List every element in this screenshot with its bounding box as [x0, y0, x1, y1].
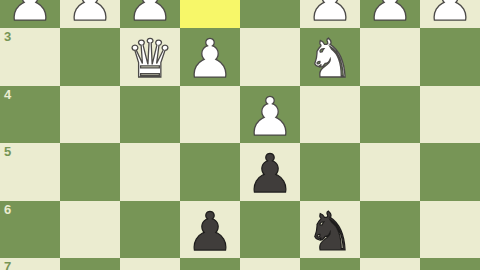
square-h3[interactable]: 3 [0, 28, 60, 86]
square-c2[interactable]: ♟ [300, 0, 360, 28]
rank-label-5: 5 [4, 145, 11, 158]
chess-board: ♟♟♟♟♟♟3♛♟♞4♟5♟6♟♞7 [0, 0, 480, 270]
square-f4[interactable] [120, 86, 180, 144]
square-d6[interactable] [240, 201, 300, 259]
square-a4[interactable] [420, 86, 480, 144]
white-pawn[interactable]: ♟ [306, 0, 354, 28]
rank-label-4: 4 [4, 88, 11, 101]
square-d3[interactable] [240, 28, 300, 86]
black-pawn[interactable]: ♟ [186, 205, 234, 258]
square-a7[interactable] [420, 258, 480, 270]
square-g6[interactable] [60, 201, 120, 259]
square-f5[interactable] [120, 143, 180, 201]
square-c7[interactable] [300, 258, 360, 270]
white-queen[interactable]: ♛ [126, 32, 174, 85]
square-d2[interactable] [240, 0, 300, 28]
square-g5[interactable] [60, 143, 120, 201]
square-a2[interactable]: ♟ [420, 0, 480, 28]
square-b5[interactable] [360, 143, 420, 201]
black-pawn[interactable]: ♟ [246, 147, 294, 200]
square-g3[interactable] [60, 28, 120, 86]
square-c4[interactable] [300, 86, 360, 144]
square-f2[interactable]: ♟ [120, 0, 180, 28]
square-g4[interactable] [60, 86, 120, 144]
square-f3[interactable]: ♛ [120, 28, 180, 86]
chess-board-viewport: ♟♟♟♟♟♟3♛♟♞4♟5♟6♟♞7 [0, 0, 480, 270]
rank-label-3: 3 [4, 30, 11, 43]
square-f7[interactable] [120, 258, 180, 270]
rank-label-6: 6 [4, 203, 11, 216]
white-knight[interactable]: ♞ [306, 32, 354, 85]
square-f6[interactable] [120, 201, 180, 259]
square-h4[interactable]: 4 [0, 86, 60, 144]
square-e7[interactable] [180, 258, 240, 270]
square-b6[interactable] [360, 201, 420, 259]
square-e4[interactable] [180, 86, 240, 144]
square-b7[interactable] [360, 258, 420, 270]
white-pawn[interactable]: ♟ [6, 0, 54, 28]
white-pawn[interactable]: ♟ [186, 32, 234, 85]
square-h6[interactable]: 6 [0, 201, 60, 259]
rank-label-7: 7 [4, 260, 11, 270]
square-d5[interactable]: ♟ [240, 143, 300, 201]
square-c5[interactable] [300, 143, 360, 201]
square-e3[interactable]: ♟ [180, 28, 240, 86]
white-pawn[interactable]: ♟ [66, 0, 114, 28]
white-pawn[interactable]: ♟ [366, 0, 414, 28]
square-a5[interactable] [420, 143, 480, 201]
square-a6[interactable] [420, 201, 480, 259]
square-c6[interactable]: ♞ [300, 201, 360, 259]
white-pawn[interactable]: ♟ [126, 0, 174, 28]
white-pawn[interactable]: ♟ [246, 90, 294, 143]
square-c3[interactable]: ♞ [300, 28, 360, 86]
square-a3[interactable] [420, 28, 480, 86]
square-e6[interactable]: ♟ [180, 201, 240, 259]
square-d4[interactable]: ♟ [240, 86, 300, 144]
square-b2[interactable]: ♟ [360, 0, 420, 28]
square-h5[interactable]: 5 [0, 143, 60, 201]
square-b4[interactable] [360, 86, 420, 144]
square-e5[interactable] [180, 143, 240, 201]
square-h2[interactable]: ♟ [0, 0, 60, 28]
square-e2[interactable] [180, 0, 240, 28]
square-b3[interactable] [360, 28, 420, 86]
square-g7[interactable] [60, 258, 120, 270]
black-knight[interactable]: ♞ [306, 205, 354, 258]
white-pawn[interactable]: ♟ [426, 0, 474, 28]
square-d7[interactable] [240, 258, 300, 270]
square-h7[interactable]: 7 [0, 258, 60, 270]
square-g2[interactable]: ♟ [60, 0, 120, 28]
